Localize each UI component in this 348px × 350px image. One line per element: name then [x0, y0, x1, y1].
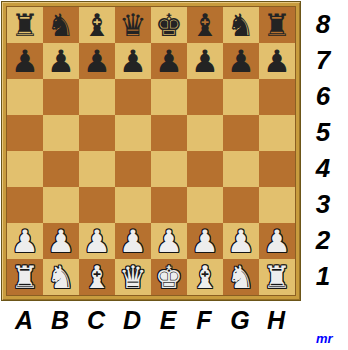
- white-knight[interactable]: ♞: [227, 259, 255, 295]
- white-pawn[interactable]: ♟: [83, 223, 111, 259]
- file-label-d: D: [114, 304, 150, 336]
- square-f6[interactable]: [187, 79, 223, 115]
- square-b8[interactable]: ♞: [43, 7, 79, 43]
- white-pawn[interactable]: ♟: [11, 223, 39, 259]
- square-a4[interactable]: [7, 151, 43, 187]
- square-a5[interactable]: [7, 115, 43, 151]
- black-rook[interactable]: ♜: [11, 7, 39, 43]
- white-queen[interactable]: ♛: [119, 259, 147, 295]
- white-pawn[interactable]: ♟: [155, 223, 183, 259]
- square-g5[interactable]: [223, 115, 259, 151]
- chess-board-frame: ♜♞♝♛♚♝♞♜♟♟♟♟♟♟♟♟♟♟♟♟♟♟♟♟♜♞♝♛♚♝♞♜: [1, 1, 301, 301]
- black-pawn[interactable]: ♟: [83, 43, 111, 79]
- square-c3[interactable]: [79, 187, 115, 223]
- square-a1[interactable]: ♜: [7, 259, 43, 295]
- square-e5[interactable]: [151, 115, 187, 151]
- square-g1[interactable]: ♞: [223, 259, 259, 295]
- square-g3[interactable]: [223, 187, 259, 223]
- black-queen[interactable]: ♛: [119, 7, 147, 43]
- square-e4[interactable]: [151, 151, 187, 187]
- square-b5[interactable]: [43, 115, 79, 151]
- white-knight[interactable]: ♞: [47, 259, 75, 295]
- square-h2[interactable]: ♟: [259, 223, 295, 259]
- file-label-f: F: [186, 304, 222, 336]
- black-pawn[interactable]: ♟: [11, 43, 39, 79]
- square-h6[interactable]: [259, 79, 295, 115]
- black-pawn[interactable]: ♟: [47, 43, 75, 79]
- file-label-h: H: [258, 304, 294, 336]
- square-f8[interactable]: ♝: [187, 7, 223, 43]
- rank-label-4: 4: [302, 150, 344, 186]
- square-e1[interactable]: ♚: [151, 259, 187, 295]
- square-c6[interactable]: [79, 79, 115, 115]
- square-e6[interactable]: [151, 79, 187, 115]
- rank-labels: 87654321: [302, 6, 344, 294]
- square-g7[interactable]: ♟: [223, 43, 259, 79]
- square-b6[interactable]: [43, 79, 79, 115]
- square-a3[interactable]: [7, 187, 43, 223]
- rank-label-1: 1: [302, 258, 344, 294]
- white-pawn[interactable]: ♟: [263, 223, 291, 259]
- square-d4[interactable]: [115, 151, 151, 187]
- black-bishop[interactable]: ♝: [191, 7, 219, 43]
- square-g4[interactable]: [223, 151, 259, 187]
- square-f2[interactable]: ♟: [187, 223, 223, 259]
- square-f3[interactable]: [187, 187, 223, 223]
- white-bishop[interactable]: ♝: [83, 259, 111, 295]
- square-c7[interactable]: ♟: [79, 43, 115, 79]
- square-d5[interactable]: [115, 115, 151, 151]
- black-rook[interactable]: ♜: [263, 7, 291, 43]
- rank-label-7: 7: [302, 42, 344, 78]
- square-d1[interactable]: ♛: [115, 259, 151, 295]
- square-f7[interactable]: ♟: [187, 43, 223, 79]
- square-a7[interactable]: ♟: [7, 43, 43, 79]
- square-h8[interactable]: ♜: [259, 7, 295, 43]
- file-label-c: C: [78, 304, 114, 336]
- square-f1[interactable]: ♝: [187, 259, 223, 295]
- rank-label-6: 6: [302, 78, 344, 114]
- square-b7[interactable]: ♟: [43, 43, 79, 79]
- square-h7[interactable]: ♟: [259, 43, 295, 79]
- black-knight[interactable]: ♞: [227, 7, 255, 43]
- square-c4[interactable]: [79, 151, 115, 187]
- square-h3[interactable]: [259, 187, 295, 223]
- square-d7[interactable]: ♟: [115, 43, 151, 79]
- square-e2[interactable]: ♟: [151, 223, 187, 259]
- square-d3[interactable]: [115, 187, 151, 223]
- square-g6[interactable]: [223, 79, 259, 115]
- black-pawn[interactable]: ♟: [119, 43, 147, 79]
- square-b4[interactable]: [43, 151, 79, 187]
- square-e7[interactable]: ♟: [151, 43, 187, 79]
- black-pawn[interactable]: ♟: [227, 43, 255, 79]
- file-label-e: E: [150, 304, 186, 336]
- square-g8[interactable]: ♞: [223, 7, 259, 43]
- black-pawn[interactable]: ♟: [263, 43, 291, 79]
- square-f4[interactable]: [187, 151, 223, 187]
- file-label-b: B: [42, 304, 78, 336]
- rank-label-8: 8: [302, 6, 344, 42]
- black-king[interactable]: ♚: [155, 7, 183, 43]
- black-knight[interactable]: ♞: [47, 7, 75, 43]
- black-bishop[interactable]: ♝: [83, 7, 111, 43]
- rank-label-5: 5: [302, 114, 344, 150]
- file-label-a: A: [6, 304, 42, 336]
- square-c2[interactable]: ♟: [79, 223, 115, 259]
- white-pawn[interactable]: ♟: [119, 223, 147, 259]
- square-d6[interactable]: [115, 79, 151, 115]
- square-a8[interactable]: ♜: [7, 7, 43, 43]
- square-b3[interactable]: [43, 187, 79, 223]
- square-d8[interactable]: ♛: [115, 7, 151, 43]
- white-pawn[interactable]: ♟: [191, 223, 219, 259]
- square-e8[interactable]: ♚: [151, 7, 187, 43]
- square-b2[interactable]: ♟: [43, 223, 79, 259]
- square-c1[interactable]: ♝: [79, 259, 115, 295]
- white-pawn[interactable]: ♟: [47, 223, 75, 259]
- file-labels: ABCDEFGH: [6, 304, 294, 336]
- square-a6[interactable]: [7, 79, 43, 115]
- white-rook[interactable]: ♜: [11, 259, 39, 295]
- square-f5[interactable]: [187, 115, 223, 151]
- square-h5[interactable]: [259, 115, 295, 151]
- square-h4[interactable]: [259, 151, 295, 187]
- chess-board: ♜♞♝♛♚♝♞♜♟♟♟♟♟♟♟♟♟♟♟♟♟♟♟♟♜♞♝♛♚♝♞♜: [6, 6, 296, 296]
- square-e3[interactable]: [151, 187, 187, 223]
- signature: mr: [316, 331, 333, 346]
- square-c5[interactable]: [79, 115, 115, 151]
- square-a2[interactable]: ♟: [7, 223, 43, 259]
- white-bishop[interactable]: ♝: [191, 259, 219, 295]
- white-pawn[interactable]: ♟: [227, 223, 255, 259]
- rank-label-2: 2: [302, 222, 344, 258]
- square-d2[interactable]: ♟: [115, 223, 151, 259]
- file-label-g: G: [222, 304, 258, 336]
- square-b1[interactable]: ♞: [43, 259, 79, 295]
- square-h1[interactable]: ♜: [259, 259, 295, 295]
- black-pawn[interactable]: ♟: [155, 43, 183, 79]
- white-rook[interactable]: ♜: [263, 259, 291, 295]
- square-c8[interactable]: ♝: [79, 7, 115, 43]
- square-g2[interactable]: ♟: [223, 223, 259, 259]
- black-pawn[interactable]: ♟: [191, 43, 219, 79]
- rank-label-3: 3: [302, 186, 344, 222]
- white-king[interactable]: ♚: [155, 259, 183, 295]
